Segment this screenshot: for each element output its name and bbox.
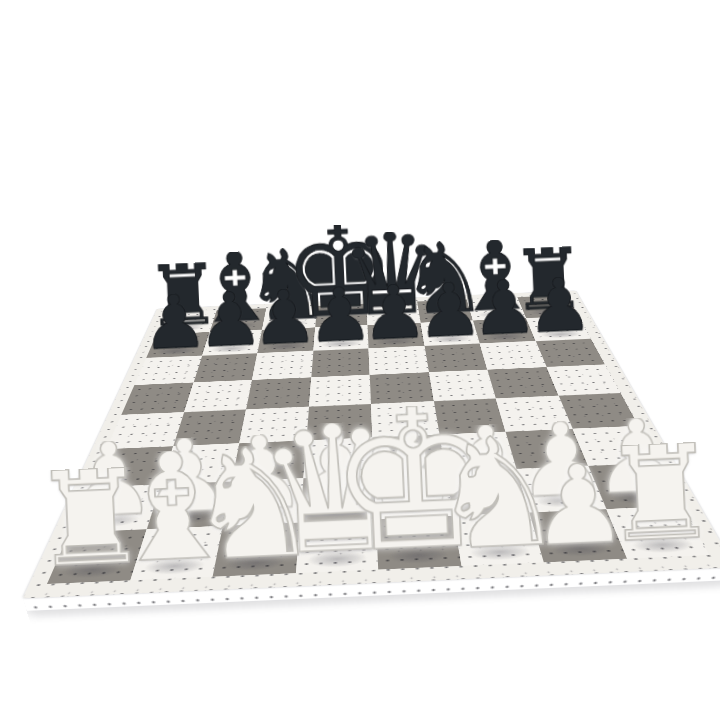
piece-cell-f1: ♞	[453, 512, 544, 566]
piece-cell-d7: ♟	[313, 325, 369, 351]
chess-set-photo: ♜♝♞♚♛♞♝♜♟♟♟♟♟♟♟♟♟♟♟♟♟♟♟♟♜♝♞♛♚♞♟♜	[0, 0, 720, 720]
piece-white-knight-f1[interactable]: ♞	[427, 432, 567, 556]
piece-cell-c7: ♟	[257, 327, 314, 353]
piece-cell-e7: ♟	[368, 323, 425, 349]
piece-cell-h7: ♟	[526, 316, 591, 341]
pieces-layer: ♜♝♞♚♛♞♝♜♟♟♟♟♟♟♟♟♟♟♟♟♟♟♟♟♜♝♞♛♚♞♟♜	[47, 295, 710, 584]
piece-white-knight-c1[interactable]: ♞	[183, 442, 323, 566]
board-plane: ♜♝♞♚♛♞♝♜♟♟♟♟♟♟♟♟♟♟♟♟♟♟♟♟♜♝♞♛♚♞♟♜	[47, 295, 710, 584]
piece-black-pawn-h7[interactable]: ♟	[525, 276, 594, 336]
piece-white-rook-h1[interactable]: ♜	[600, 441, 720, 548]
piece-cell-g7: ♟	[473, 318, 535, 344]
piece-cell-c1: ♞	[213, 522, 300, 577]
piece-white-rook-a1[interactable]: ♜	[30, 466, 151, 573]
board-scene: ♜♝♞♚♛♞♝♜♟♟♟♟♟♟♟♟♟♟♟♟♟♟♟♟♜♝♞♛♚♞♟♜	[96, 129, 647, 680]
